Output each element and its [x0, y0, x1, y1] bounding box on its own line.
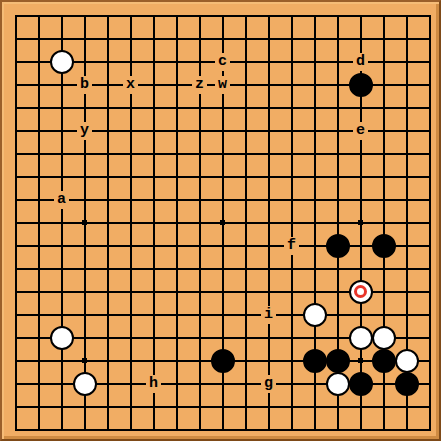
hoshi-point-k10: [220, 220, 225, 225]
grid-line-horizontal: [15, 406, 431, 408]
label-y[interactable]: y: [77, 122, 92, 140]
go-board[interactable]: abcdefghiwxyz: [2, 2, 439, 439]
label-w[interactable]: w: [215, 76, 230, 94]
white-stone-q5[interactable]: [349, 326, 373, 350]
black-stone-q3[interactable]: [349, 372, 373, 396]
go-diagram: abcdefghiwxyz: [0, 0, 441, 441]
white-stone-o6[interactable]: [303, 303, 327, 327]
label-a[interactable]: a: [54, 191, 69, 209]
grid-line-vertical: [268, 15, 270, 431]
white-stone-c17[interactable]: [50, 50, 74, 74]
white-stone-s4[interactable]: [395, 349, 419, 373]
label-x[interactable]: x: [123, 76, 138, 94]
white-stone-p3[interactable]: [326, 372, 350, 396]
grid-line-horizontal: [15, 429, 431, 431]
label-h[interactable]: h: [146, 375, 161, 393]
grid-line-vertical: [429, 15, 431, 431]
label-c[interactable]: c: [215, 53, 230, 71]
white-stone-c5[interactable]: [50, 326, 74, 350]
label-b[interactable]: b: [77, 76, 92, 94]
label-i[interactable]: i: [261, 306, 276, 324]
label-d[interactable]: d: [353, 53, 368, 71]
black-stone-p4[interactable]: [326, 349, 350, 373]
label-e[interactable]: e: [353, 122, 368, 140]
white-stone-r5[interactable]: [372, 326, 396, 350]
grid-line-horizontal: [15, 268, 431, 270]
grid-line-vertical: [245, 15, 247, 431]
black-stone-p9[interactable]: [326, 234, 350, 258]
white-stone-q7[interactable]: [349, 280, 373, 304]
black-stone-o4[interactable]: [303, 349, 327, 373]
grid-line-horizontal: [15, 314, 431, 316]
label-f[interactable]: f: [284, 237, 299, 255]
red-circle-marker: [354, 285, 367, 298]
hoshi-point-q10: [358, 220, 363, 225]
black-stone-q16[interactable]: [349, 73, 373, 97]
white-stone-d3[interactable]: [73, 372, 97, 396]
label-z[interactable]: z: [192, 76, 207, 94]
black-stone-r4[interactable]: [372, 349, 396, 373]
black-stone-s3[interactable]: [395, 372, 419, 396]
black-stone-r9[interactable]: [372, 234, 396, 258]
hoshi-point-d10: [82, 220, 87, 225]
label-g[interactable]: g: [261, 375, 276, 393]
hoshi-point-d4: [82, 358, 87, 363]
grid-line-horizontal: [15, 245, 431, 247]
grid-line-vertical: [291, 15, 293, 431]
black-stone-k4[interactable]: [211, 349, 235, 373]
hoshi-point-q4: [358, 358, 363, 363]
